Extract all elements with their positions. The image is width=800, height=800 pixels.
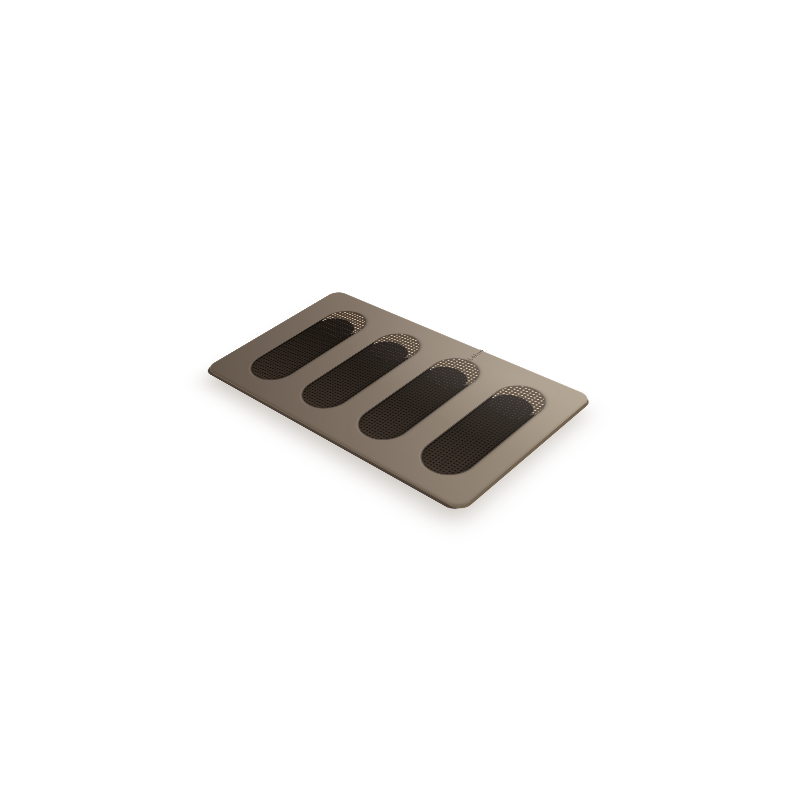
- cavity-row: [205, 290, 593, 510]
- product-photo: Lékué: [0, 0, 800, 800]
- baking-tray: Lékué: [205, 290, 593, 510]
